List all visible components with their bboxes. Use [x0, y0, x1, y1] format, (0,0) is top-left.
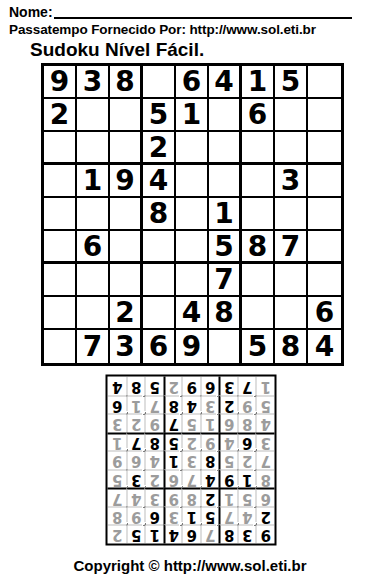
puzzle-cell-r6c5[interactable] [176, 231, 209, 264]
solution-cell-r6c8: 7 [127, 433, 146, 452]
solution-cell-r2c1: 2 [256, 507, 275, 526]
solution-cell-r9c2: 7 [238, 377, 257, 396]
solution-cell-r7c7: 9 [145, 414, 164, 433]
puzzle-cell-r5c3[interactable] [110, 198, 143, 231]
puzzle-cell-r1c6: 4 [209, 66, 242, 99]
puzzle-cell-r6c9[interactable] [308, 231, 341, 264]
name-label: Nome: [9, 4, 53, 20]
solution-cell-r7c5: 5 [182, 414, 201, 433]
solution-cell-r3c5: 8 [182, 488, 201, 507]
solution-cell-r4c5: 7 [182, 470, 201, 489]
provided-by-text: Passatempo Fornecido Por: http://www.sol… [9, 22, 377, 37]
puzzle-cell-r6c8: 7 [275, 231, 308, 264]
puzzle-cell-r3c5[interactable] [176, 132, 209, 165]
solution-cell-r2c6: 3 [164, 507, 183, 526]
puzzle-cell-r2c9[interactable] [308, 99, 341, 132]
puzzle-cell-r4c2: 1 [77, 165, 110, 198]
puzzle-cell-r6c4[interactable] [143, 231, 176, 264]
solution-cell-r6c6: 5 [164, 433, 183, 452]
puzzle-cell-r1c5: 6 [176, 66, 209, 99]
solution-cell-r4c3: 9 [219, 470, 238, 489]
solution-cell-r6c4: 9 [201, 433, 220, 452]
solution-cell-r3c8: 4 [127, 488, 146, 507]
puzzle-cell-r8c6: 8 [209, 297, 242, 330]
solution-cell-r3c2: 5 [238, 488, 257, 507]
solution-cell-r2c4: 5 [201, 507, 220, 526]
solution-cell-r1c6: 4 [164, 525, 183, 544]
puzzle-cell-r4c3: 9 [110, 165, 143, 198]
puzzle-cell-r3c9[interactable] [308, 132, 341, 165]
puzzle-cell-r4c7[interactable] [242, 165, 275, 198]
puzzle-cell-r1c3: 8 [110, 66, 143, 99]
puzzle-cell-r5c7[interactable] [242, 198, 275, 231]
solution-cell-r3c1: 6 [256, 488, 275, 507]
puzzle-cell-r5c1[interactable] [44, 198, 77, 231]
solution-cell-r1c7: 1 [145, 525, 164, 544]
puzzle-cell-r8c9: 6 [308, 297, 341, 330]
puzzle-cell-r1c4[interactable] [143, 66, 176, 99]
puzzle-cell-r4c9[interactable] [308, 165, 341, 198]
puzzle-cell-r9c7: 5 [242, 330, 275, 363]
solution-cell-r3c6: 9 [164, 488, 183, 507]
solution-cell-r7c9: 3 [108, 414, 127, 433]
puzzle-cell-r2c8[interactable] [275, 99, 308, 132]
solution-cell-r2c2: 4 [238, 507, 257, 526]
solution-cell-r9c9: 4 [108, 377, 127, 396]
puzzle-cell-r8c1[interactable] [44, 297, 77, 330]
solution-cell-r8c8: 1 [127, 396, 146, 415]
solution-cell-r2c8: 9 [127, 507, 146, 526]
puzzle-cell-r7c1[interactable] [44, 264, 77, 297]
puzzle-cell-r3c7[interactable] [242, 132, 275, 165]
solution-cell-r1c8: 5 [127, 525, 146, 544]
solution-cell-r5c9: 9 [108, 451, 127, 470]
solution-cell-r1c2: 3 [238, 525, 257, 544]
puzzle-cell-r8c7[interactable] [242, 297, 275, 330]
sudoku-solution-grid-rotated: 9387641522475136986512893478194762357258… [106, 375, 277, 546]
solution-cell-r2c9: 8 [108, 507, 127, 526]
solution-cell-r1c3: 8 [219, 525, 238, 544]
solution-cell-r4c1: 8 [256, 470, 275, 489]
solution-cell-r4c4: 4 [201, 470, 220, 489]
solution-cell-r8c5: 4 [182, 396, 201, 415]
puzzle-cell-r4c8: 3 [275, 165, 308, 198]
puzzle-cell-r4c4: 4 [143, 165, 176, 198]
solution-cell-r4c2: 1 [238, 470, 257, 489]
solution-cell-r8c6: 8 [164, 396, 183, 415]
solution-cell-r8c1: 5 [256, 396, 275, 415]
solution-cell-r1c1: 9 [256, 525, 275, 544]
solution-cell-r8c3: 2 [219, 396, 238, 415]
solution-cell-r8c2: 9 [238, 396, 257, 415]
puzzle-cell-r1c8: 5 [275, 66, 308, 99]
page-title: Sudoku Nível Fácil. [30, 39, 204, 61]
solution-cell-r2c5: 1 [182, 507, 201, 526]
puzzle-cell-r7c8[interactable] [275, 264, 308, 297]
puzzle-cell-r5c8[interactable] [275, 198, 308, 231]
puzzle-cell-r9c3: 3 [110, 330, 143, 363]
puzzle-cell-r9c5: 9 [176, 330, 209, 363]
puzzle-cell-r2c4: 5 [143, 99, 176, 132]
puzzle-cell-r9c4: 6 [143, 330, 176, 363]
solution-cell-r3c4: 2 [201, 488, 220, 507]
solution-cell-r7c1: 4 [256, 414, 275, 433]
name-row: Nome: [9, 3, 352, 20]
solution-cell-r3c9: 7 [108, 488, 127, 507]
puzzle-cell-r2c6[interactable] [209, 99, 242, 132]
puzzle-cell-r9c8: 8 [275, 330, 308, 363]
solution-cell-r8c4: 3 [201, 396, 220, 415]
solution-cell-r3c7: 3 [145, 488, 164, 507]
puzzle-cell-r1c9[interactable] [308, 66, 341, 99]
puzzle-cell-r8c3: 2 [110, 297, 143, 330]
puzzle-cell-r6c2: 6 [77, 231, 110, 264]
solution-cell-r5c6: 1 [164, 451, 183, 470]
sudoku-puzzle-grid: 9386415251621943816587724867369584 [41, 63, 344, 366]
puzzle-cell-r9c9: 4 [308, 330, 341, 363]
puzzle-cell-r7c2[interactable] [77, 264, 110, 297]
puzzle-cell-r3c1[interactable] [44, 132, 77, 165]
solution-cell-r5c8: 6 [127, 451, 146, 470]
puzzle-cell-r3c4: 2 [143, 132, 176, 165]
puzzle-cell-r9c6[interactable] [209, 330, 242, 363]
puzzle-cell-r1c7: 1 [242, 66, 275, 99]
puzzle-cell-r2c1: 2 [44, 99, 77, 132]
solution-cell-r6c7: 8 [145, 433, 164, 452]
solution-cell-r5c5: 3 [182, 451, 201, 470]
puzzle-cell-r7c6: 7 [209, 264, 242, 297]
solution-cell-r4c8: 3 [127, 470, 146, 489]
puzzle-cell-r7c4[interactable] [143, 264, 176, 297]
puzzle-cell-r2c2[interactable] [77, 99, 110, 132]
puzzle-cell-r8c5: 4 [176, 297, 209, 330]
solution-cell-r5c3: 5 [219, 451, 238, 470]
puzzle-cell-r9c1[interactable] [44, 330, 77, 363]
solution-cell-r5c2: 2 [238, 451, 257, 470]
solution-cell-r9c6: 2 [164, 377, 183, 396]
puzzle-cell-r1c1: 9 [44, 66, 77, 99]
puzzle-cell-r3c6[interactable] [209, 132, 242, 165]
solution-cell-r9c4: 6 [201, 377, 220, 396]
solution-cell-r1c4: 7 [201, 525, 220, 544]
solution-cell-r6c5: 2 [182, 433, 201, 452]
solution-cell-r1c5: 6 [182, 525, 201, 544]
solution-cell-r8c9: 6 [108, 396, 127, 415]
solution-cell-r9c1: 1 [256, 377, 275, 396]
solution-cell-r1c9: 2 [108, 525, 127, 544]
puzzle-cell-r7c7[interactable] [242, 264, 275, 297]
puzzle-cell-r6c3[interactable] [110, 231, 143, 264]
solution-cell-r9c5: 9 [182, 377, 201, 396]
solution-cell-r7c3: 6 [219, 414, 238, 433]
solution-cell-r7c6: 7 [164, 414, 183, 433]
puzzle-cell-r5c6: 1 [209, 198, 242, 231]
solution-cell-r7c2: 8 [238, 414, 257, 433]
puzzle-cell-r2c7: 6 [242, 99, 275, 132]
puzzle-cell-r1c2: 3 [77, 66, 110, 99]
solution-cell-r7c8: 2 [127, 414, 146, 433]
solution-cell-r5c1: 7 [256, 451, 275, 470]
puzzle-cell-r3c8[interactable] [275, 132, 308, 165]
puzzle-cell-r6c6: 5 [209, 231, 242, 264]
puzzle-cell-r5c2[interactable] [77, 198, 110, 231]
puzzle-cell-r8c4[interactable] [143, 297, 176, 330]
puzzle-cell-r4c5[interactable] [176, 165, 209, 198]
puzzle-cell-r6c7: 8 [242, 231, 275, 264]
puzzle-cell-r7c5[interactable] [176, 264, 209, 297]
solution-cell-r9c7: 5 [145, 377, 164, 396]
solution-cell-r4c7: 2 [145, 470, 164, 489]
puzzle-cell-r4c6[interactable] [209, 165, 242, 198]
solution-cell-r9c8: 8 [127, 377, 146, 396]
puzzle-cell-r8c2[interactable] [77, 297, 110, 330]
puzzle-cell-r7c9[interactable] [308, 264, 341, 297]
solution-cell-r7c4: 1 [201, 414, 220, 433]
solution-cell-r8c7: 7 [145, 396, 164, 415]
solution-cell-r3c3: 1 [219, 488, 238, 507]
solution-cell-r6c9: 1 [108, 433, 127, 452]
puzzle-cell-r4c1[interactable] [44, 165, 77, 198]
solution-cell-r6c2: 6 [238, 433, 257, 452]
solution-cell-r2c7: 6 [145, 507, 164, 526]
puzzle-cell-r7c3[interactable] [110, 264, 143, 297]
puzzle-cell-r8c8[interactable] [275, 297, 308, 330]
puzzle-cell-r5c9[interactable] [308, 198, 341, 231]
puzzle-cell-r3c3[interactable] [110, 132, 143, 165]
puzzle-cell-r6c1[interactable] [44, 231, 77, 264]
solution-cell-r4c6: 6 [164, 470, 183, 489]
worksheet-page: Nome: Passatempo Fornecido Por: http://w… [0, 0, 380, 585]
puzzle-cell-r5c5[interactable] [176, 198, 209, 231]
puzzle-cell-r2c3[interactable] [110, 99, 143, 132]
puzzle-cell-r9c2: 7 [77, 330, 110, 363]
name-blank-line[interactable] [54, 3, 352, 19]
puzzle-cell-r2c5: 1 [176, 99, 209, 132]
solution-cell-r2c3: 7 [219, 507, 238, 526]
puzzle-cell-r5c4: 8 [143, 198, 176, 231]
copyright-text: Copyright © http://www.sol.eti.br [0, 557, 380, 574]
solution-cell-r6c1: 3 [256, 433, 275, 452]
solution-cell-r5c4: 8 [201, 451, 220, 470]
solution-cell-r4c9: 5 [108, 470, 127, 489]
solution-cell-r5c7: 4 [145, 451, 164, 470]
puzzle-cell-r3c2[interactable] [77, 132, 110, 165]
solution-cell-r6c3: 4 [219, 433, 238, 452]
solution-cell-r9c3: 3 [219, 377, 238, 396]
